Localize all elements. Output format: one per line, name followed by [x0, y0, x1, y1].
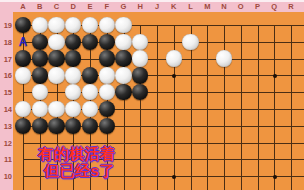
intersection-L14[interactable] [182, 101, 199, 118]
intersection-D15[interactable] [65, 84, 82, 101]
intersection-M13[interactable] [199, 117, 216, 134]
intersection-M16[interactable] [199, 67, 216, 84]
intersection-R12[interactable] [283, 134, 300, 151]
intersection-L13[interactable] [182, 117, 199, 134]
white-stone-D16[interactable] [65, 67, 81, 83]
caption-line-1: 有的棋活着 [38, 146, 116, 161]
white-stone-C14[interactable] [48, 101, 64, 117]
intersection-J13[interactable] [149, 117, 166, 134]
intersection-L17[interactable] [182, 50, 199, 67]
white-stone-G16[interactable] [115, 67, 131, 83]
black-stone-C17[interactable] [48, 50, 64, 66]
intersection-G15[interactable] [115, 84, 132, 101]
black-stone-E18[interactable] [82, 34, 98, 50]
intersection-R14[interactable] [283, 101, 300, 118]
intersection-F15[interactable] [98, 84, 115, 101]
intersection-N19[interactable] [216, 17, 233, 34]
intersection-M19[interactable] [199, 17, 216, 34]
black-stone-H15[interactable] [132, 84, 148, 100]
white-stone-C18[interactable] [48, 34, 64, 50]
intersection-G13[interactable] [115, 117, 132, 134]
column-label-C: C [50, 2, 64, 11]
white-stone-D14[interactable] [65, 101, 81, 117]
intersection-O13[interactable] [232, 117, 249, 134]
point-marker-A18: A [19, 36, 28, 48]
intersection-K13[interactable] [165, 117, 182, 134]
column-label-J: J [150, 2, 164, 11]
intersection-B13[interactable] [31, 117, 48, 134]
intersection-A10[interactable] [15, 168, 32, 185]
intersection-C13[interactable] [48, 117, 65, 134]
intersection-P11[interactable] [249, 151, 266, 168]
caption-line-2: 但已经s了 [44, 163, 116, 178]
intersection-Q10[interactable] [266, 168, 283, 185]
intersection-G17[interactable] [115, 50, 132, 67]
intersection-K19[interactable] [165, 17, 182, 34]
black-stone-G17[interactable] [115, 50, 131, 66]
intersection-P12[interactable] [249, 134, 266, 151]
black-stone-G15[interactable] [115, 84, 131, 100]
intersection-B17[interactable] [31, 50, 48, 67]
white-stone-F19[interactable] [99, 17, 115, 33]
intersection-Q13[interactable] [266, 117, 283, 134]
intersection-K17[interactable] [165, 50, 182, 67]
intersection-K11[interactable] [165, 151, 182, 168]
column-label-L: L [184, 2, 198, 11]
intersection-E13[interactable] [82, 117, 99, 134]
row-label-10: 10 [0, 172, 12, 181]
intersection-D13[interactable] [65, 117, 82, 134]
black-stone-E16[interactable] [82, 67, 98, 83]
black-stone-C13[interactable] [48, 118, 64, 134]
black-stone-A17[interactable] [15, 50, 31, 66]
intersection-P18[interactable] [249, 33, 266, 50]
row-label-13: 13 [0, 122, 12, 131]
intersection-P14[interactable] [249, 101, 266, 118]
intersection-O11[interactable] [232, 151, 249, 168]
intersection-K16[interactable] [165, 67, 182, 84]
column-label-A: A [16, 2, 30, 11]
intersection-R19[interactable] [283, 17, 300, 34]
intersection-P16[interactable] [249, 67, 266, 84]
column-label-P: P [251, 2, 265, 11]
intersection-J19[interactable] [149, 17, 166, 34]
black-stone-B13[interactable] [32, 118, 48, 134]
intersection-F16[interactable] [98, 67, 115, 84]
white-stone-E14[interactable] [82, 101, 98, 117]
intersection-M14[interactable] [199, 101, 216, 118]
white-stone-A16[interactable] [15, 67, 31, 83]
intersection-G10[interactable] [115, 168, 132, 185]
intersection-A12[interactable] [15, 134, 32, 151]
black-stone-D18[interactable] [65, 34, 81, 50]
white-stone-H17[interactable] [132, 50, 148, 66]
intersection-A14[interactable] [15, 101, 32, 118]
white-stone-N17[interactable] [216, 50, 232, 66]
intersection-F18[interactable] [98, 33, 115, 50]
row-label-17: 17 [0, 55, 12, 64]
intersection-Q17[interactable] [266, 50, 283, 67]
white-stone-A14[interactable] [15, 101, 31, 117]
intersection-H14[interactable] [132, 101, 149, 118]
intersection-C16[interactable] [48, 67, 65, 84]
intersection-E15[interactable] [82, 84, 99, 101]
intersection-M11[interactable] [199, 151, 216, 168]
black-stone-H16[interactable] [132, 67, 148, 83]
column-label-R: R [284, 2, 298, 11]
intersection-E14[interactable] [82, 101, 99, 118]
white-stone-G18[interactable] [115, 34, 131, 50]
intersection-D17[interactable] [65, 50, 82, 67]
row-label-19: 19 [0, 21, 12, 30]
intersection-K14[interactable] [165, 101, 182, 118]
intersection-M12[interactable] [199, 134, 216, 151]
intersection-D18[interactable] [65, 33, 82, 50]
intersection-L11[interactable] [182, 151, 199, 168]
intersection-D16[interactable] [65, 67, 82, 84]
intersection-A18[interactable]: A [15, 33, 32, 50]
intersection-N10[interactable] [216, 168, 233, 185]
intersection-O17[interactable] [232, 50, 249, 67]
intersection-H18[interactable] [132, 33, 149, 50]
intersection-Q12[interactable] [266, 134, 283, 151]
column-labels-strip: ABCDEFGHJKLMNOPQR [0, 0, 304, 12]
intersection-G11[interactable] [115, 151, 132, 168]
white-stone-E15[interactable] [82, 84, 98, 100]
intersection-K15[interactable] [165, 84, 182, 101]
intersection-K12[interactable] [165, 134, 182, 151]
intersection-D19[interactable] [65, 17, 82, 34]
intersection-O15[interactable] [232, 84, 249, 101]
black-stone-A19[interactable] [15, 17, 31, 33]
intersection-O14[interactable] [232, 101, 249, 118]
black-stone-F17[interactable] [99, 50, 115, 66]
intersection-A16[interactable] [15, 67, 32, 84]
intersection-R17[interactable] [283, 50, 300, 67]
white-stone-B19[interactable] [32, 17, 48, 33]
intersection-L12[interactable] [182, 134, 199, 151]
intersection-B18[interactable] [31, 33, 48, 50]
white-stone-F15[interactable] [99, 84, 115, 100]
white-stone-B14[interactable] [32, 101, 48, 117]
intersection-J18[interactable] [149, 33, 166, 50]
intersection-O19[interactable] [232, 17, 249, 34]
intersection-Q14[interactable] [266, 101, 283, 118]
intersection-P17[interactable] [249, 50, 266, 67]
intersection-Q16[interactable] [266, 67, 283, 84]
intersection-R15[interactable] [283, 84, 300, 101]
column-label-E: E [83, 2, 97, 11]
black-stone-B18[interactable] [32, 34, 48, 50]
black-stone-B17[interactable] [32, 50, 48, 66]
intersection-L18[interactable] [182, 33, 199, 50]
intersection-C14[interactable] [48, 101, 65, 118]
column-label-M: M [200, 2, 214, 11]
intersection-J11[interactable] [149, 151, 166, 168]
white-stone-D15[interactable] [65, 84, 81, 100]
intersection-N17[interactable] [216, 50, 233, 67]
intersection-F19[interactable] [98, 17, 115, 34]
intersection-F17[interactable] [98, 50, 115, 67]
intersection-H19[interactable] [132, 17, 149, 34]
intersection-N11[interactable] [216, 151, 233, 168]
column-label-K: K [167, 2, 181, 11]
intersection-F13[interactable] [98, 117, 115, 134]
intersection-H16[interactable] [132, 67, 149, 84]
intersection-J12[interactable] [149, 134, 166, 151]
intersection-K18[interactable] [165, 33, 182, 50]
intersection-N14[interactable] [216, 101, 233, 118]
column-label-H: H [133, 2, 147, 11]
intersection-J17[interactable] [149, 50, 166, 67]
intersection-Q15[interactable] [266, 84, 283, 101]
black-stone-D17[interactable] [65, 50, 81, 66]
intersection-M17[interactable] [199, 50, 216, 67]
intersection-P15[interactable] [249, 84, 266, 101]
intersection-E16[interactable] [82, 67, 99, 84]
intersection-R10[interactable] [283, 168, 300, 185]
column-label-G: G [117, 2, 131, 11]
black-stone-A13[interactable] [15, 118, 31, 134]
white-stone-D19[interactable] [65, 17, 81, 33]
intersection-H12[interactable] [132, 134, 149, 151]
intersection-H11[interactable] [132, 151, 149, 168]
row-label-16: 16 [0, 71, 12, 80]
caption-overlay: 有的棋活着 但已经s了 [38, 146, 116, 178]
column-label-B: B [33, 2, 47, 11]
intersection-P19[interactable] [249, 17, 266, 34]
intersection-O16[interactable] [232, 67, 249, 84]
intersection-N13[interactable] [216, 117, 233, 134]
go-app-screen: ABCDEFGHJKLMNOPQR 19181716151413121110 A… [0, 0, 304, 190]
intersection-C17[interactable] [48, 50, 65, 67]
intersection-P13[interactable] [249, 117, 266, 134]
intersection-E17[interactable] [82, 50, 99, 67]
intersection-H10[interactable] [132, 168, 149, 185]
white-stone-K17[interactable] [166, 50, 182, 66]
row-label-18: 18 [0, 38, 12, 47]
intersection-G12[interactable] [115, 134, 132, 151]
intersection-J16[interactable] [149, 67, 166, 84]
white-stone-E19[interactable] [82, 17, 98, 33]
intersection-B15[interactable] [31, 84, 48, 101]
intersection-B14[interactable] [31, 101, 48, 118]
intersection-C15[interactable] [48, 84, 65, 101]
intersection-P10[interactable] [249, 168, 266, 185]
intersection-N12[interactable] [216, 134, 233, 151]
intersection-H17[interactable] [132, 50, 149, 67]
go-board[interactable]: A 有的棋活着 但已经s了 [13, 12, 304, 190]
white-stone-C19[interactable] [48, 17, 64, 33]
intersection-A15[interactable] [15, 84, 32, 101]
intersection-M10[interactable] [199, 168, 216, 185]
intersection-N16[interactable] [216, 67, 233, 84]
intersection-E19[interactable] [82, 17, 99, 34]
row-label-12: 12 [0, 139, 12, 148]
intersection-A11[interactable] [15, 151, 32, 168]
intersection-Q18[interactable] [266, 33, 283, 50]
column-label-Q: Q [267, 2, 281, 11]
intersection-Q19[interactable] [266, 17, 283, 34]
intersection-G18[interactable] [115, 33, 132, 50]
black-stone-F14[interactable] [99, 101, 115, 117]
intersection-M15[interactable] [199, 84, 216, 101]
intersection-G14[interactable] [115, 101, 132, 118]
intersection-F14[interactable] [98, 101, 115, 118]
intersection-L15[interactable] [182, 84, 199, 101]
intersection-R11[interactable] [283, 151, 300, 168]
intersection-R13[interactable] [283, 117, 300, 134]
intersection-H15[interactable] [132, 84, 149, 101]
intersection-E18[interactable] [82, 33, 99, 50]
column-label-O: O [234, 2, 248, 11]
white-stone-C16[interactable] [48, 67, 64, 83]
intersection-L16[interactable] [182, 67, 199, 84]
intersection-J15[interactable] [149, 84, 166, 101]
intersection-K10[interactable] [165, 168, 182, 185]
white-stone-B15[interactable] [32, 84, 48, 100]
intersection-O10[interactable] [232, 168, 249, 185]
intersection-J10[interactable] [149, 168, 166, 185]
intersection-B16[interactable] [31, 67, 48, 84]
intersection-N18[interactable] [216, 33, 233, 50]
intersection-O18[interactable] [232, 33, 249, 50]
intersection-C19[interactable] [48, 17, 65, 34]
intersection-R16[interactable] [283, 67, 300, 84]
black-stone-E13[interactable] [82, 118, 98, 134]
column-label-N: N [217, 2, 231, 11]
intersection-G19[interactable] [115, 17, 132, 34]
intersection-H13[interactable] [132, 117, 149, 134]
intersection-M18[interactable] [199, 33, 216, 50]
intersection-J14[interactable] [149, 101, 166, 118]
intersection-O12[interactable] [232, 134, 249, 151]
intersection-Q11[interactable] [266, 151, 283, 168]
white-stone-F16[interactable] [99, 67, 115, 83]
black-stone-B16[interactable] [32, 67, 48, 83]
intersection-G16[interactable] [115, 67, 132, 84]
intersection-A13[interactable] [15, 117, 32, 134]
intersection-A19[interactable] [15, 17, 32, 34]
column-label-D: D [66, 2, 80, 11]
intersection-R18[interactable] [283, 33, 300, 50]
row-label-14: 14 [0, 105, 12, 114]
intersection-C18[interactable] [48, 33, 65, 50]
row-label-15: 15 [0, 88, 12, 97]
black-stone-F18[interactable] [99, 34, 115, 50]
black-stone-D13[interactable] [65, 118, 81, 134]
black-stone-F13[interactable] [99, 118, 115, 134]
white-stone-H18[interactable] [132, 34, 148, 50]
intersection-L19[interactable] [182, 17, 199, 34]
intersection-L10[interactable] [182, 168, 199, 185]
white-stone-L18[interactable] [182, 34, 198, 50]
column-label-F: F [100, 2, 114, 11]
intersection-B19[interactable] [31, 17, 48, 34]
intersection-A17[interactable] [15, 50, 32, 67]
row-label-11: 11 [0, 155, 12, 164]
intersection-D14[interactable] [65, 101, 82, 118]
intersection-N15[interactable] [216, 84, 233, 101]
white-stone-G19[interactable] [115, 17, 131, 33]
row-labels-strip: 19181716151413121110 [0, 0, 13, 190]
